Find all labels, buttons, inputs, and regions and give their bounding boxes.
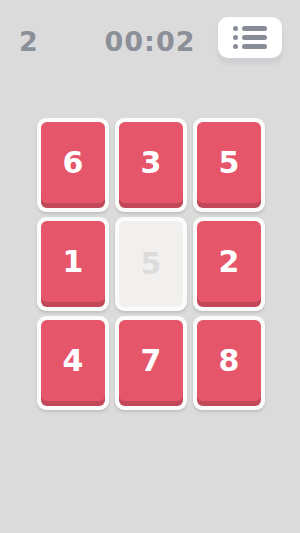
tile-label: 4 — [63, 343, 84, 378]
tile-8[interactable]: 8 — [193, 316, 265, 410]
menu-button[interactable] — [218, 17, 282, 58]
tile-3[interactable]: 3 — [115, 118, 187, 212]
tile-label: 8 — [219, 343, 240, 378]
tile-4[interactable]: 4 — [37, 316, 109, 410]
list-icon — [233, 26, 267, 49]
tile-1[interactable]: 1 — [37, 217, 109, 311]
tile-label: 3 — [141, 145, 162, 180]
empty-slot-ghost-5: 5 — [115, 217, 187, 311]
app-screen: 2 00:02 6 3 5 1 5 2 4 — [0, 0, 300, 533]
top-bar: 2 00:02 — [0, 0, 300, 76]
tile-label: 6 — [63, 145, 84, 180]
puzzle-board: 6 3 5 1 5 2 4 7 8 — [37, 118, 265, 410]
ghost-tile-label: 5 — [141, 246, 162, 281]
tile-label: 7 — [141, 343, 162, 378]
tile-7[interactable]: 7 — [115, 316, 187, 410]
tile-label: 1 — [63, 244, 84, 279]
tile-label: 5 — [219, 145, 240, 180]
tile-label: 2 — [219, 244, 240, 279]
tile-6[interactable]: 6 — [37, 118, 109, 212]
tile-5[interactable]: 5 — [193, 118, 265, 212]
tile-2[interactable]: 2 — [193, 217, 265, 311]
